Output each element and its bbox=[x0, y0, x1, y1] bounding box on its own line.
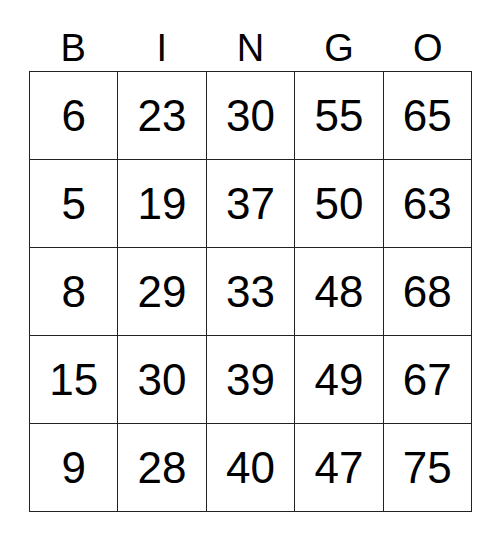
bingo-card: B I N G O 6 23 30 55 65 5 19 37 50 63 8 … bbox=[0, 0, 500, 544]
bingo-cell-r3c2[interactable]: 29 bbox=[118, 248, 206, 336]
header-letter-n: N bbox=[237, 29, 264, 67]
bingo-cell-r5c1[interactable]: 9 bbox=[30, 424, 118, 512]
bingo-cell-r1c5[interactable]: 65 bbox=[384, 72, 472, 160]
bingo-cell-r5c3[interactable]: 40 bbox=[207, 424, 295, 512]
bingo-cell-r1c1[interactable]: 6 bbox=[30, 72, 118, 160]
bingo-cell-r2c5[interactable]: 63 bbox=[384, 160, 472, 248]
bingo-cell-r3c5[interactable]: 68 bbox=[384, 248, 472, 336]
bingo-cell-r2c1[interactable]: 5 bbox=[30, 160, 118, 248]
bingo-cell-r2c2[interactable]: 19 bbox=[118, 160, 206, 248]
bingo-cell-r3c3[interactable]: 33 bbox=[207, 248, 295, 336]
bingo-cell-r2c4[interactable]: 50 bbox=[295, 160, 383, 248]
bingo-cell-r4c4[interactable]: 49 bbox=[295, 336, 383, 424]
bingo-cell-r2c3[interactable]: 37 bbox=[207, 160, 295, 248]
bingo-cell-r1c3[interactable]: 30 bbox=[207, 72, 295, 160]
header-letter-i: I bbox=[157, 29, 168, 67]
header-letter-g: G bbox=[324, 29, 354, 67]
bingo-cell-r3c1[interactable]: 8 bbox=[30, 248, 118, 336]
bingo-cell-r4c1[interactable]: 15 bbox=[30, 336, 118, 424]
bingo-cell-r1c2[interactable]: 23 bbox=[118, 72, 206, 160]
bingo-cell-r5c5[interactable]: 75 bbox=[384, 424, 472, 512]
bingo-header: B I N G O bbox=[29, 0, 472, 71]
bingo-cell-r4c5[interactable]: 67 bbox=[384, 336, 472, 424]
bingo-cell-r4c2[interactable]: 30 bbox=[118, 336, 206, 424]
bingo-grid: 6 23 30 55 65 5 19 37 50 63 8 29 33 48 6… bbox=[29, 71, 472, 512]
header-letter-o: O bbox=[413, 29, 443, 67]
bingo-cell-r4c3[interactable]: 39 bbox=[207, 336, 295, 424]
bingo-cell-r5c4[interactable]: 47 bbox=[295, 424, 383, 512]
bingo-cell-r5c2[interactable]: 28 bbox=[118, 424, 206, 512]
header-letter-b: B bbox=[61, 29, 86, 67]
bingo-cell-r1c4[interactable]: 55 bbox=[295, 72, 383, 160]
bingo-cell-r3c4[interactable]: 48 bbox=[295, 248, 383, 336]
